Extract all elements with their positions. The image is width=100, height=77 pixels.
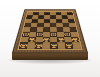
board-trim: ⛂⛂⛂⛂⛂⛂⛂⛂⛂⛂⛂⛂⛂⛂⛂⛂⛂⛂⛂⛂⛂⛂⛂⛂: [17, 11, 82, 49]
checker-piece-light: ⛂: [50, 42, 57, 48]
checker-piece-light: ⛂: [35, 42, 43, 48]
checkers-board: ⛂⛂⛂⛂⛂⛂⛂⛂⛂⛂⛂⛂⛂⛂⛂⛂⛂⛂⛂⛂⛂⛂⛂⛂: [12, 9, 88, 53]
board-square-light: [42, 42, 50, 48]
board-square-light: [72, 42, 81, 48]
board-squares: ⛂⛂⛂⛂⛂⛂⛂⛂⛂⛂⛂⛂⛂⛂⛂⛂⛂⛂⛂⛂⛂⛂⛂⛂: [19, 12, 81, 49]
photo-background: ⛂⛂⛂⛂⛂⛂⛂⛂⛂⛂⛂⛂⛂⛂⛂⛂⛂⛂⛂⛂⛂⛂⛂⛂: [0, 0, 100, 77]
